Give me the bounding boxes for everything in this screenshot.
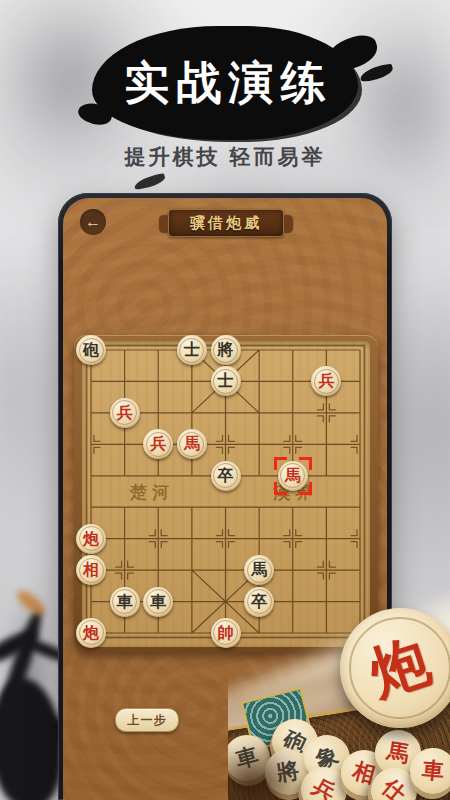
board-piece-black[interactable]: 車 xyxy=(110,587,140,617)
tray-piece-red: 車 xyxy=(408,746,450,796)
board-piece-red[interactable]: 兵 xyxy=(110,398,140,428)
board-piece-red[interactable]: 相 xyxy=(76,555,106,585)
board-piece-red[interactable]: 炮 xyxy=(76,618,106,648)
board-piece-black[interactable]: 卒 xyxy=(244,587,274,617)
app-screen: ← 骥借炮威 楚河 漢界 砲士將士兵兵兵馬卒馬炮相馬車車卒炮帥 上一步 xyxy=(63,198,387,800)
board-piece-red[interactable]: 兵 xyxy=(311,366,341,396)
puzzle-title-plaque: 骥借炮威 xyxy=(168,209,284,237)
board-piece-black[interactable]: 將 xyxy=(211,335,241,365)
puzzle-title: 骥借炮威 xyxy=(190,214,262,233)
piece-layer: 砲士將士兵兵兵馬卒馬炮相馬車車卒炮帥 xyxy=(82,341,370,647)
board-piece-red[interactable]: 馬 xyxy=(278,461,308,491)
xiangqi-board[interactable]: 楚河 漢界 砲士將士兵兵兵馬卒馬炮相馬車車卒炮帥 xyxy=(82,341,370,647)
board-piece-red[interactable]: 帥 xyxy=(211,618,241,648)
title-ink-blob: 实战演练 xyxy=(92,26,358,140)
back-button[interactable]: ← xyxy=(80,209,106,235)
board-piece-black[interactable]: 車 xyxy=(143,587,173,617)
board-piece-black[interactable]: 馬 xyxy=(244,555,274,585)
board-piece-black[interactable]: 砲 xyxy=(76,335,106,365)
board-piece-red[interactable]: 兵 xyxy=(143,429,173,459)
board-piece-black[interactable]: 卒 xyxy=(211,461,241,491)
board-piece-black[interactable]: 士 xyxy=(177,335,207,365)
page-subtitle: 提升棋技 轻而易举 xyxy=(0,143,450,171)
board-piece-red[interactable]: 馬 xyxy=(177,429,207,459)
board-piece-red[interactable]: 炮 xyxy=(76,524,106,554)
undo-button[interactable]: 上一步 xyxy=(115,708,179,732)
board-piece-black[interactable]: 士 xyxy=(211,366,241,396)
undo-button-label: 上一步 xyxy=(128,712,167,729)
phone-mockup: ← 骥借炮威 楚河 漢界 砲士將士兵兵兵馬卒馬炮相馬車車卒炮帥 上一步 xyxy=(58,193,392,800)
back-arrow-icon: ← xyxy=(85,213,101,231)
xiangqi-board-frame: 楚河 漢界 砲士將士兵兵兵馬卒馬炮相馬車車卒炮帥 xyxy=(74,335,378,653)
page-title: 实战演练 xyxy=(118,53,333,113)
